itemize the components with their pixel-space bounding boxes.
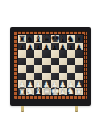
square-e5 <box>51 58 59 66</box>
square-h5 <box>75 58 83 66</box>
square-h7: ♟ <box>75 43 83 51</box>
square-c4 <box>34 65 42 73</box>
board-mosaic-border: ♜♞♝♛♚♝♞♜♟♟♟♟♟♟♟♟♟♟♟♟♟♟♟♟♜♞♝♛♚♝♞♜ <box>14 31 87 99</box>
square-c8: ♝ <box>34 35 42 43</box>
square-d6 <box>42 50 50 58</box>
white-knight: ♞ <box>67 87 75 96</box>
square-c5 <box>34 58 42 66</box>
product-photo-scene: ♜♞♝♛♚♝♞♜♟♟♟♟♟♟♟♟♟♟♟♟♟♟♟♟♜♞♝♛♚♝♞♜ <box>0 0 100 133</box>
white-rook: ♜ <box>18 88 26 97</box>
square-d2: ♟ <box>42 80 50 88</box>
square-c1: ♝ <box>34 88 42 96</box>
square-f1: ♝ <box>59 88 67 96</box>
square-g2: ♟ <box>67 80 75 88</box>
square-e1: ♚ <box>51 88 59 96</box>
square-g7: ♟ <box>67 43 75 51</box>
square-g8: ♞ <box>67 35 75 43</box>
square-b7: ♟ <box>26 43 34 51</box>
square-a3 <box>18 73 26 81</box>
square-h6 <box>75 50 83 58</box>
square-a8: ♜ <box>18 35 26 43</box>
square-d7: ♟ <box>42 43 50 51</box>
square-e4 <box>51 65 59 73</box>
board-foot-right <box>75 106 78 112</box>
square-g4 <box>67 65 75 73</box>
square-b1: ♞ <box>26 88 34 96</box>
square-a7: ♟ <box>18 43 26 51</box>
square-c2: ♟ <box>34 80 42 88</box>
square-b8: ♞ <box>26 35 34 43</box>
square-b4 <box>26 65 34 73</box>
square-f4 <box>59 65 67 73</box>
square-e7: ♟ <box>51 43 59 51</box>
square-d8: ♛ <box>42 35 50 43</box>
board-foot-left <box>21 106 24 112</box>
square-a1: ♜ <box>18 88 26 96</box>
square-c3 <box>34 73 42 81</box>
chess-board: ♜♞♝♛♚♝♞♜♟♟♟♟♟♟♟♟♟♟♟♟♟♟♟♟♜♞♝♛♚♝♞♜ <box>10 27 91 106</box>
white-rook: ♜ <box>75 88 83 97</box>
square-b3 <box>26 73 34 81</box>
square-b6 <box>26 50 34 58</box>
white-knight: ♞ <box>26 87 34 96</box>
white-king: ♚ <box>51 86 59 97</box>
square-c7: ♟ <box>34 43 42 51</box>
square-a2: ♟ <box>18 80 26 88</box>
square-f6 <box>59 50 67 58</box>
square-e8: ♚ <box>51 35 59 43</box>
square-d4 <box>42 65 50 73</box>
square-h4 <box>75 65 83 73</box>
square-b5 <box>26 58 34 66</box>
square-d5 <box>42 58 50 66</box>
square-f2: ♟ <box>59 80 67 88</box>
square-h1: ♜ <box>75 88 83 96</box>
square-h8: ♜ <box>75 35 83 43</box>
square-a5 <box>18 58 26 66</box>
square-f5 <box>59 58 67 66</box>
square-d1: ♛ <box>42 88 50 96</box>
square-g1: ♞ <box>67 88 75 96</box>
white-queen: ♛ <box>42 86 50 96</box>
square-f7: ♟ <box>59 43 67 51</box>
square-g6 <box>67 50 75 58</box>
square-e6 <box>51 50 59 58</box>
square-d3 <box>42 73 50 81</box>
square-h3 <box>75 73 83 81</box>
square-e2: ♟ <box>51 80 59 88</box>
square-c6 <box>34 50 42 58</box>
white-bishop: ♝ <box>59 87 67 96</box>
board-grid: ♜♞♝♛♚♝♞♜♟♟♟♟♟♟♟♟♟♟♟♟♟♟♟♟♜♞♝♛♚♝♞♜ <box>17 34 84 96</box>
square-g3 <box>67 73 75 81</box>
square-f3 <box>59 73 67 81</box>
square-f8: ♝ <box>59 35 67 43</box>
white-bishop: ♝ <box>34 87 42 96</box>
square-a6 <box>18 50 26 58</box>
square-h2: ♟ <box>75 80 83 88</box>
square-a4 <box>18 65 26 73</box>
square-b2: ♟ <box>26 80 34 88</box>
square-g5 <box>67 58 75 66</box>
square-e3 <box>51 73 59 81</box>
